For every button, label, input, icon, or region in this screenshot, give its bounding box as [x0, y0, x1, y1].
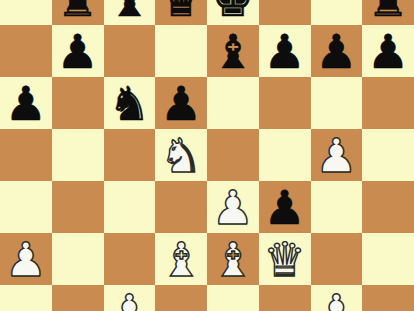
square-c3[interactable]: [104, 233, 156, 285]
square-h4[interactable]: [362, 181, 414, 233]
square-c2[interactable]: ♟: [104, 285, 156, 311]
square-b3[interactable]: [52, 233, 104, 285]
square-f7[interactable]: ♟: [259, 25, 311, 77]
chess-board: ♜♝♛♚♜♟♝♟♟♟♟♞♟♞♟♟♟♟♝♝♛♟♟: [0, 0, 414, 311]
black-rook[interactable]: ♜: [57, 0, 99, 26]
square-d6[interactable]: ♟: [155, 77, 207, 129]
square-c8[interactable]: ♝: [104, 0, 156, 25]
square-d7[interactable]: [155, 25, 207, 77]
white-pawn[interactable]: ♟: [108, 286, 150, 311]
white-pawn[interactable]: ♟: [315, 130, 357, 182]
square-e2[interactable]: [207, 285, 259, 311]
black-pawn[interactable]: ♟: [160, 78, 202, 130]
white-pawn[interactable]: ♟: [315, 286, 357, 311]
square-b2[interactable]: [52, 285, 104, 311]
square-g5[interactable]: ♟: [311, 129, 363, 181]
square-c6[interactable]: ♞: [104, 77, 156, 129]
black-king[interactable]: ♚: [212, 0, 254, 26]
square-g6[interactable]: [311, 77, 363, 129]
white-knight[interactable]: ♞: [160, 130, 202, 182]
black-pawn[interactable]: ♟: [367, 26, 409, 78]
white-queen[interactable]: ♛: [264, 234, 306, 286]
square-h2[interactable]: [362, 285, 414, 311]
square-a3[interactable]: ♟: [0, 233, 52, 285]
black-pawn[interactable]: ♟: [5, 78, 47, 130]
square-b5[interactable]: [52, 129, 104, 181]
black-queen[interactable]: ♛: [160, 0, 202, 26]
square-b4[interactable]: [52, 181, 104, 233]
square-e5[interactable]: [207, 129, 259, 181]
square-a4[interactable]: [0, 181, 52, 233]
square-g3[interactable]: [311, 233, 363, 285]
square-c7[interactable]: [104, 25, 156, 77]
square-h3[interactable]: [362, 233, 414, 285]
square-c5[interactable]: [104, 129, 156, 181]
black-knight[interactable]: ♞: [108, 78, 150, 130]
square-g2[interactable]: ♟: [311, 285, 363, 311]
square-f3[interactable]: ♛: [259, 233, 311, 285]
square-g7[interactable]: ♟: [311, 25, 363, 77]
square-g8[interactable]: [311, 0, 363, 25]
square-e7[interactable]: ♝: [207, 25, 259, 77]
square-f6[interactable]: [259, 77, 311, 129]
square-a8[interactable]: [0, 0, 52, 25]
square-e3[interactable]: ♝: [207, 233, 259, 285]
square-h7[interactable]: ♟: [362, 25, 414, 77]
chess-board-viewport: ♜♝♛♚♜♟♝♟♟♟♟♞♟♞♟♟♟♟♝♝♛♟♟: [0, 0, 414, 311]
square-d5[interactable]: ♞: [155, 129, 207, 181]
black-pawn[interactable]: ♟: [57, 26, 99, 78]
square-a6[interactable]: ♟: [0, 77, 52, 129]
square-d8[interactable]: ♛: [155, 0, 207, 25]
square-f2[interactable]: [259, 285, 311, 311]
white-pawn[interactable]: ♟: [212, 182, 254, 234]
square-f5[interactable]: [259, 129, 311, 181]
square-b7[interactable]: ♟: [52, 25, 104, 77]
white-bishop[interactable]: ♝: [160, 234, 202, 286]
square-e8[interactable]: ♚: [207, 0, 259, 25]
white-pawn[interactable]: ♟: [5, 234, 47, 286]
square-b8[interactable]: ♜: [52, 0, 104, 25]
square-h6[interactable]: [362, 77, 414, 129]
square-a5[interactable]: [0, 129, 52, 181]
black-bishop[interactable]: ♝: [108, 0, 150, 26]
square-d4[interactable]: [155, 181, 207, 233]
square-f4[interactable]: ♟: [259, 181, 311, 233]
black-pawn[interactable]: ♟: [264, 26, 306, 78]
black-bishop[interactable]: ♝: [212, 26, 254, 78]
square-c4[interactable]: [104, 181, 156, 233]
black-rook[interactable]: ♜: [367, 0, 409, 26]
square-d3[interactable]: ♝: [155, 233, 207, 285]
square-a2[interactable]: [0, 285, 52, 311]
white-bishop[interactable]: ♝: [212, 234, 254, 286]
square-e4[interactable]: ♟: [207, 181, 259, 233]
square-a7[interactable]: [0, 25, 52, 77]
square-h8[interactable]: ♜: [362, 0, 414, 25]
black-pawn[interactable]: ♟: [315, 26, 357, 78]
square-h5[interactable]: [362, 129, 414, 181]
square-d2[interactable]: [155, 285, 207, 311]
square-g4[interactable]: [311, 181, 363, 233]
square-f8[interactable]: [259, 0, 311, 25]
square-b6[interactable]: [52, 77, 104, 129]
black-pawn[interactable]: ♟: [264, 182, 306, 234]
square-e6[interactable]: [207, 77, 259, 129]
